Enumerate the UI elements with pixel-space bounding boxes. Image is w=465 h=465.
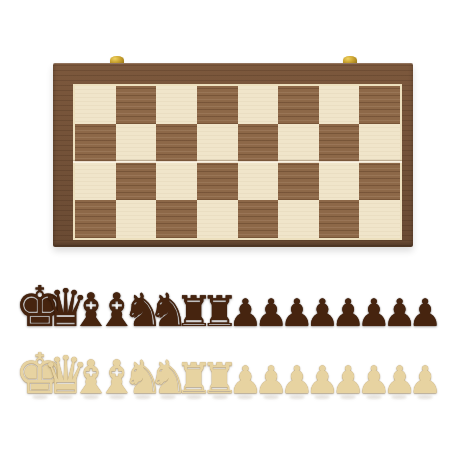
board-square	[238, 86, 279, 124]
board-square	[156, 124, 197, 162]
board-square	[75, 162, 116, 200]
board-square	[278, 200, 319, 238]
board-square	[75, 124, 116, 162]
board-square	[75, 86, 116, 124]
chess-set-product-photo: ♚♛♝♝♞♞♜♜♟♟♟♟♟♟♟♟ ♚♛♝♝♞♞♜♜♟♟♟♟♟♟♟♟	[0, 0, 465, 465]
board-square	[319, 162, 360, 200]
board-square	[75, 200, 116, 238]
board-square	[156, 86, 197, 124]
board-square	[197, 86, 238, 124]
board-square	[116, 86, 157, 124]
board-square	[197, 162, 238, 200]
dark-pieces-row: ♚♛♝♝♞♞♜♜♟♟♟♟♟♟♟♟	[27, 262, 438, 329]
board-square	[197, 200, 238, 238]
board-square	[238, 200, 279, 238]
board-square	[116, 200, 157, 238]
board-square	[359, 162, 400, 200]
board-square	[116, 124, 157, 162]
board-square	[116, 162, 157, 200]
board-square	[278, 162, 319, 200]
board-square	[319, 124, 360, 162]
folded-chess-board-box	[53, 56, 413, 247]
board-square	[238, 124, 279, 162]
board-square	[278, 124, 319, 162]
board-square	[278, 86, 319, 124]
board-square	[238, 162, 279, 200]
board-square	[359, 86, 400, 124]
board-frame	[53, 63, 413, 247]
dark-pawn-piece: ♟	[412, 299, 438, 329]
light-pawn-piece: ♟	[412, 366, 438, 396]
board-square	[197, 124, 238, 162]
board-square	[359, 124, 400, 162]
board-square	[359, 200, 400, 238]
board-fold-seam	[73, 161, 402, 163]
board-square	[319, 86, 360, 124]
board-square	[156, 200, 197, 238]
board-square	[156, 162, 197, 200]
chessboard-squares-grid	[75, 86, 400, 238]
board-square	[319, 200, 360, 238]
light-pieces-row: ♚♛♝♝♞♞♜♜♟♟♟♟♟♟♟♟	[27, 330, 438, 396]
